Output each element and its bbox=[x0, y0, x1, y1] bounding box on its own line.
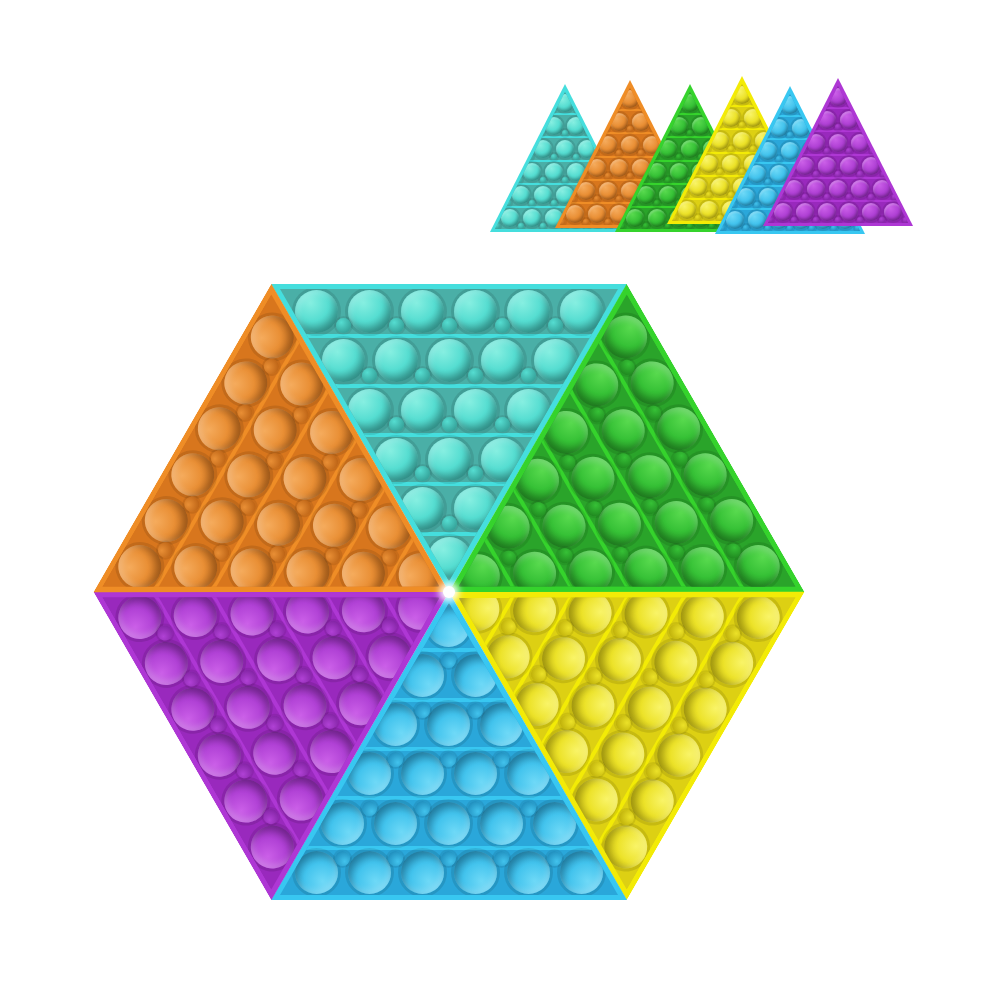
mini-bubble bbox=[518, 223, 524, 229]
bubble-purple[interactable] bbox=[796, 203, 814, 221]
mini-bubble bbox=[800, 109, 806, 115]
mini-bubble bbox=[695, 215, 701, 221]
bubble-purple[interactable] bbox=[851, 134, 869, 152]
bubble-blue[interactable] bbox=[726, 211, 744, 229]
bubble-blue[interactable] bbox=[454, 752, 497, 795]
mini-bubble bbox=[774, 109, 780, 115]
mini-bubble bbox=[551, 200, 557, 206]
bubble-yellow[interactable] bbox=[722, 109, 740, 127]
bubble-teal[interactable] bbox=[523, 163, 541, 181]
bubble-purple[interactable] bbox=[785, 180, 803, 198]
bubble-blue[interactable] bbox=[748, 211, 766, 229]
mini-bubble bbox=[879, 217, 885, 223]
mini-bubble bbox=[415, 466, 430, 481]
bubble-blue[interactable] bbox=[534, 802, 577, 845]
bubble-orange[interactable] bbox=[566, 205, 584, 223]
bubble-teal[interactable] bbox=[545, 163, 563, 181]
mini-bubble bbox=[813, 171, 819, 177]
bubble-orange[interactable] bbox=[632, 113, 650, 131]
bubble-orange[interactable] bbox=[599, 182, 617, 200]
bubble-row-5 bbox=[768, 179, 908, 202]
mini-bubble bbox=[651, 126, 657, 132]
mini-bubble bbox=[619, 223, 625, 229]
mini-bubble bbox=[752, 99, 758, 105]
bubble-blue[interactable] bbox=[781, 96, 799, 114]
bubble-purple[interactable] bbox=[840, 157, 858, 175]
mini-bubble bbox=[743, 225, 749, 231]
bubble-green[interactable] bbox=[670, 163, 688, 181]
bubble-yellow[interactable] bbox=[700, 155, 718, 173]
bubble-teal[interactable] bbox=[512, 186, 530, 204]
mini-bubble bbox=[586, 130, 592, 136]
bubble-purple[interactable] bbox=[774, 203, 792, 221]
bubble-teal[interactable] bbox=[428, 438, 471, 481]
mini-bubble bbox=[559, 219, 565, 225]
bubble-purple[interactable] bbox=[829, 134, 847, 152]
bubble-teal[interactable] bbox=[401, 290, 444, 333]
mini-bubble bbox=[730, 202, 736, 208]
bubble-teal[interactable] bbox=[560, 290, 603, 333]
mini-bubble bbox=[494, 223, 500, 229]
bubble-yellow[interactable] bbox=[744, 109, 762, 127]
mini-bubble bbox=[389, 318, 404, 333]
bubble-teal[interactable] bbox=[534, 140, 552, 158]
bubble-purple[interactable] bbox=[829, 88, 847, 106]
mini-bubble bbox=[521, 368, 536, 383]
mini-bubble bbox=[570, 196, 576, 202]
mini-bubble bbox=[892, 194, 898, 200]
mini-bubble bbox=[575, 107, 581, 113]
bubble-orange[interactable] bbox=[588, 159, 606, 177]
mini-bubble bbox=[583, 219, 589, 225]
mini-bubble bbox=[835, 217, 841, 223]
bubble-purple[interactable] bbox=[851, 180, 869, 198]
mini-bubble bbox=[665, 177, 671, 183]
bubble-green[interactable] bbox=[692, 117, 710, 135]
mini-bubble bbox=[846, 194, 852, 200]
mini-bubble bbox=[671, 215, 677, 221]
mini-bubble bbox=[442, 318, 457, 333]
mini-bubble bbox=[527, 154, 533, 160]
mini-bubble bbox=[868, 194, 874, 200]
bubble-green[interactable] bbox=[626, 209, 644, 227]
bubble-purple[interactable] bbox=[807, 134, 825, 152]
mini-bubble bbox=[442, 653, 457, 668]
bubble-purple[interactable] bbox=[796, 157, 814, 175]
bubble-blue[interactable] bbox=[481, 802, 524, 845]
mini-bubble bbox=[728, 146, 734, 152]
bubble-teal[interactable] bbox=[481, 339, 524, 382]
mini-bubble bbox=[605, 173, 611, 179]
mini-bubble bbox=[548, 851, 563, 866]
mini-bubble bbox=[824, 148, 830, 154]
bubble-blue[interactable] bbox=[295, 851, 338, 894]
mini-bubble bbox=[654, 200, 660, 206]
bubble-row-6 bbox=[768, 202, 908, 223]
mini-bubble bbox=[765, 179, 771, 185]
bubble-row-5 bbox=[280, 796, 618, 845]
mini-bubble bbox=[562, 177, 568, 183]
mini-bubble bbox=[717, 169, 723, 175]
bubble-orange[interactable] bbox=[599, 136, 617, 154]
mini-bubble bbox=[415, 703, 430, 718]
mini-bubble bbox=[627, 173, 633, 179]
bubble-purple[interactable] bbox=[862, 157, 880, 175]
mini-bubble bbox=[802, 194, 808, 200]
bubble-green[interactable] bbox=[670, 117, 688, 135]
mini-bubble bbox=[594, 196, 600, 202]
bubble-teal[interactable] bbox=[534, 186, 552, 204]
bubble-teal[interactable] bbox=[401, 389, 444, 432]
bubble-blue[interactable] bbox=[748, 165, 766, 183]
mini-bubble bbox=[813, 217, 819, 223]
mini-bubble bbox=[549, 107, 555, 113]
mini-bubble bbox=[442, 752, 457, 767]
mini-bubble bbox=[389, 417, 404, 432]
mini-bubble bbox=[822, 101, 828, 107]
mini-bubble bbox=[415, 368, 430, 383]
bubble-teal[interactable] bbox=[348, 389, 391, 432]
mini-bubble bbox=[715, 122, 721, 128]
mini-bubble bbox=[739, 122, 745, 128]
bubble-teal[interactable] bbox=[507, 389, 550, 432]
mini-bubble bbox=[495, 417, 510, 432]
mini-bubble bbox=[495, 851, 510, 866]
bubble-row-6 bbox=[280, 289, 618, 338]
mini-bubble bbox=[859, 124, 865, 130]
mini-bubble bbox=[857, 171, 863, 177]
bubble-teal[interactable] bbox=[534, 339, 577, 382]
mini-bubble bbox=[336, 851, 351, 866]
mini-bubble bbox=[638, 150, 644, 156]
mini-bubble bbox=[548, 318, 563, 333]
mini-bubble bbox=[663, 130, 669, 136]
mini-bubble bbox=[540, 177, 546, 183]
bubble-green[interactable] bbox=[659, 186, 677, 204]
mini-bubble bbox=[726, 99, 732, 105]
bubble-green[interactable] bbox=[681, 94, 699, 112]
bubble-teal[interactable] bbox=[507, 290, 550, 333]
bubble-yellow[interactable] bbox=[722, 155, 740, 173]
mini-bubble bbox=[870, 148, 876, 154]
bubble-orange[interactable] bbox=[588, 205, 606, 223]
mini-bubble bbox=[778, 194, 784, 200]
bubble-row-6 bbox=[280, 846, 618, 895]
bubble-teal[interactable] bbox=[322, 339, 365, 382]
bubble-row-5 bbox=[280, 338, 618, 387]
bubble-blue[interactable] bbox=[428, 703, 471, 746]
mini-bubble bbox=[848, 101, 854, 107]
center-highlight bbox=[443, 586, 455, 598]
bubble-purple[interactable] bbox=[873, 180, 891, 198]
mini-bubble bbox=[687, 130, 693, 136]
mini-bubble bbox=[640, 103, 646, 109]
mini-bubble bbox=[468, 466, 483, 481]
bubble-orange[interactable] bbox=[621, 136, 639, 154]
bubble-teal[interactable] bbox=[454, 389, 497, 432]
mini-bubble bbox=[700, 107, 706, 113]
mini-bubble bbox=[389, 851, 404, 866]
mini-bubble bbox=[468, 368, 483, 383]
mini-bubble bbox=[627, 126, 633, 132]
mini-bubble bbox=[442, 516, 457, 531]
bubble-blue[interactable] bbox=[401, 851, 444, 894]
mini-bubble bbox=[562, 130, 568, 136]
bubble-blue[interactable] bbox=[792, 119, 810, 137]
mini-bubble bbox=[835, 171, 841, 177]
bubble-purple[interactable] bbox=[818, 203, 836, 221]
bubble-yellow[interactable] bbox=[733, 86, 751, 104]
bubble-blue[interactable] bbox=[781, 142, 799, 160]
mini-bubble bbox=[754, 202, 760, 208]
bubble-blue[interactable] bbox=[737, 188, 755, 206]
mini-bubble bbox=[791, 217, 797, 223]
bubble-green[interactable] bbox=[637, 186, 655, 204]
mini-bubble bbox=[674, 107, 680, 113]
bubble-purple[interactable] bbox=[818, 157, 836, 175]
mini-bubble bbox=[551, 154, 557, 160]
mini-bubble bbox=[573, 154, 579, 160]
bubble-blue[interactable] bbox=[348, 752, 391, 795]
bubble-orange[interactable] bbox=[610, 159, 628, 177]
bubble-orange[interactable] bbox=[577, 182, 595, 200]
mini-bubble bbox=[603, 126, 609, 132]
mini-bubble bbox=[776, 156, 782, 162]
bubble-yellow[interactable] bbox=[733, 132, 751, 150]
mini-bubble bbox=[529, 200, 535, 206]
bubble-teal[interactable] bbox=[428, 339, 471, 382]
bubble-purple[interactable] bbox=[818, 111, 836, 129]
mini-bubble bbox=[824, 194, 830, 200]
bubble-teal[interactable] bbox=[295, 290, 338, 333]
mini-bubble bbox=[516, 177, 522, 183]
mini-bubble bbox=[614, 103, 620, 109]
bubble-green[interactable] bbox=[681, 140, 699, 158]
bubble-teal[interactable] bbox=[556, 94, 574, 112]
bubble-purple[interactable] bbox=[862, 203, 880, 221]
bubble-teal[interactable] bbox=[567, 117, 585, 135]
bubble-blue[interactable] bbox=[560, 851, 603, 894]
mini-bubble bbox=[616, 196, 622, 202]
bubble-purple[interactable] bbox=[829, 180, 847, 198]
mini-bubble bbox=[389, 752, 404, 767]
bubble-blue[interactable] bbox=[454, 851, 497, 894]
bubble-yellow[interactable] bbox=[678, 201, 696, 219]
bubble-blue[interactable] bbox=[770, 165, 788, 183]
mini-bubble bbox=[857, 217, 863, 223]
mini-bubble bbox=[763, 122, 769, 128]
bubble-blue[interactable] bbox=[348, 851, 391, 894]
bubble-teal[interactable] bbox=[375, 339, 418, 382]
mini-bubble bbox=[540, 223, 546, 229]
bubble-purple[interactable] bbox=[840, 203, 858, 221]
mini-bubble bbox=[495, 752, 510, 767]
bubble-blue[interactable] bbox=[428, 802, 471, 845]
bubble-blue[interactable] bbox=[375, 802, 418, 845]
mini-bubble bbox=[719, 225, 725, 231]
mini-bubble bbox=[643, 223, 649, 229]
mini-bubble bbox=[616, 150, 622, 156]
mini-bubble bbox=[495, 318, 510, 333]
bubble-blue[interactable] bbox=[401, 752, 444, 795]
bubble-green[interactable] bbox=[648, 209, 666, 227]
mini-bubble bbox=[903, 217, 909, 223]
bubble-teal[interactable] bbox=[545, 117, 563, 135]
bubble-yellow[interactable] bbox=[689, 178, 707, 196]
mini-bubble bbox=[881, 171, 887, 177]
bubble-teal[interactable] bbox=[501, 209, 519, 227]
mini-bubble bbox=[505, 200, 511, 206]
mini-bubble bbox=[538, 130, 544, 136]
mini-bubble bbox=[676, 154, 682, 160]
mini-bubble bbox=[787, 132, 793, 138]
mini-bubble bbox=[442, 851, 457, 866]
mini-bubble bbox=[835, 124, 841, 130]
bubble-blue[interactable] bbox=[322, 802, 365, 845]
bubble-orange[interactable] bbox=[621, 90, 639, 108]
mini-bubble bbox=[706, 192, 712, 198]
mini-bubble bbox=[336, 318, 351, 333]
bubble-blue[interactable] bbox=[507, 851, 550, 894]
bubble-purple[interactable] bbox=[884, 203, 902, 221]
bubble-blue[interactable] bbox=[507, 752, 550, 795]
bubble-purple[interactable] bbox=[840, 111, 858, 129]
mini-bubble bbox=[728, 192, 734, 198]
bubble-orange[interactable] bbox=[610, 113, 628, 131]
bubble-teal[interactable] bbox=[348, 290, 391, 333]
mini-bubble bbox=[442, 417, 457, 432]
bubble-teal[interactable] bbox=[556, 140, 574, 158]
mini-bubble bbox=[739, 169, 745, 175]
mini-bubble bbox=[605, 219, 611, 225]
mini-bubble bbox=[767, 217, 773, 223]
bubble-yellow[interactable] bbox=[711, 178, 729, 196]
mini-bubble bbox=[362, 368, 377, 383]
pop-it-scene bbox=[0, 0, 1001, 1001]
bubble-yellow[interactable] bbox=[711, 132, 729, 150]
bubble-yellow[interactable] bbox=[700, 201, 718, 219]
bubble-teal[interactable] bbox=[454, 290, 497, 333]
mini-bubble bbox=[846, 148, 852, 154]
mini-bubble bbox=[630, 200, 636, 206]
mini-bubble bbox=[468, 703, 483, 718]
bubble-purple[interactable] bbox=[807, 180, 825, 198]
mini-bubble bbox=[750, 146, 756, 152]
bubble-blue[interactable] bbox=[759, 188, 777, 206]
bubble-blue[interactable] bbox=[759, 142, 777, 160]
bubble-blue[interactable] bbox=[770, 119, 788, 137]
bubble-green[interactable] bbox=[648, 163, 666, 181]
bubble-green[interactable] bbox=[659, 140, 677, 158]
bubble-teal[interactable] bbox=[523, 209, 541, 227]
mini-bubble bbox=[682, 192, 688, 198]
